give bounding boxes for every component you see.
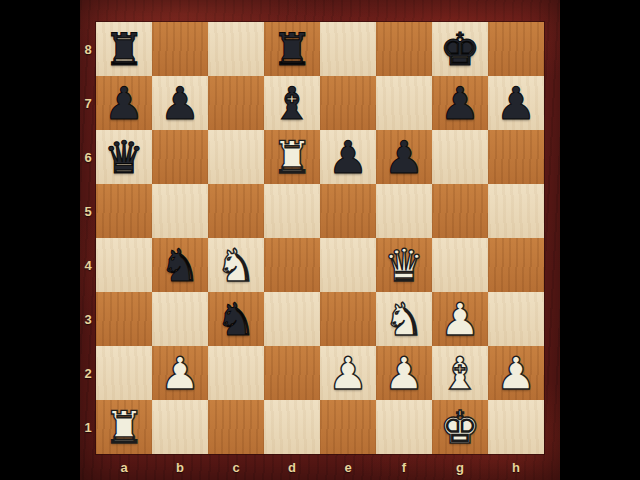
square-c1[interactable] xyxy=(208,400,264,454)
square-h7[interactable]: ♟ xyxy=(488,76,544,130)
square-d7[interactable]: ♝ xyxy=(264,76,320,130)
piece-black-knight-c3: ♞ xyxy=(208,292,264,346)
square-a7[interactable]: ♟ xyxy=(96,76,152,130)
square-g1[interactable]: ♚ xyxy=(432,400,488,454)
square-h2[interactable]: ♟ xyxy=(488,346,544,400)
square-a8[interactable]: ♜ xyxy=(96,22,152,76)
rank-label-1: 1 xyxy=(80,400,96,454)
square-h8[interactable] xyxy=(488,22,544,76)
square-b6[interactable] xyxy=(152,130,208,184)
square-h3[interactable] xyxy=(488,292,544,346)
square-c3[interactable]: ♞ xyxy=(208,292,264,346)
piece-black-rook-d8: ♜ xyxy=(264,22,320,76)
square-g4[interactable] xyxy=(432,238,488,292)
square-h6[interactable] xyxy=(488,130,544,184)
file-label-c: c xyxy=(208,454,264,480)
piece-black-knight-b4: ♞ xyxy=(152,238,208,292)
square-g8[interactable]: ♚ xyxy=(432,22,488,76)
piece-white-pawn-f2: ♟ xyxy=(376,346,432,400)
square-g2[interactable]: ♝ xyxy=(432,346,488,400)
square-e5[interactable] xyxy=(320,184,376,238)
square-e6[interactable]: ♟ xyxy=(320,130,376,184)
square-d2[interactable] xyxy=(264,346,320,400)
square-h1[interactable] xyxy=(488,400,544,454)
file-labels: abcdefgh xyxy=(96,454,544,480)
square-b3[interactable] xyxy=(152,292,208,346)
rank-label-6: 6 xyxy=(80,130,96,184)
square-b4[interactable]: ♞ xyxy=(152,238,208,292)
square-g5[interactable] xyxy=(432,184,488,238)
square-g7[interactable]: ♟ xyxy=(432,76,488,130)
piece-black-pawn-h7: ♟ xyxy=(488,76,544,130)
square-f5[interactable] xyxy=(376,184,432,238)
square-b2[interactable]: ♟ xyxy=(152,346,208,400)
square-f2[interactable]: ♟ xyxy=(376,346,432,400)
square-e1[interactable] xyxy=(320,400,376,454)
square-f7[interactable] xyxy=(376,76,432,130)
piece-black-pawn-e6: ♟ xyxy=(320,130,376,184)
letterbox-left xyxy=(0,0,80,480)
file-label-a: a xyxy=(96,454,152,480)
piece-white-knight-f3: ♞ xyxy=(376,292,432,346)
piece-black-queen-a6: ♛ xyxy=(96,130,152,184)
piece-black-pawn-a7: ♟ xyxy=(96,76,152,130)
piece-black-pawn-f6: ♟ xyxy=(376,130,432,184)
square-h5[interactable] xyxy=(488,184,544,238)
square-a1[interactable]: ♜ xyxy=(96,400,152,454)
piece-white-pawn-g3: ♟ xyxy=(432,292,488,346)
piece-white-queen-f4: ♛ xyxy=(376,238,432,292)
square-b8[interactable] xyxy=(152,22,208,76)
letterbox-right xyxy=(560,0,640,480)
square-e7[interactable] xyxy=(320,76,376,130)
piece-black-pawn-g7: ♟ xyxy=(432,76,488,130)
piece-white-pawn-b2: ♟ xyxy=(152,346,208,400)
rank-label-7: 7 xyxy=(80,76,96,130)
square-d8[interactable]: ♜ xyxy=(264,22,320,76)
square-a6[interactable]: ♛ xyxy=(96,130,152,184)
file-label-h: h xyxy=(488,454,544,480)
rank-label-4: 4 xyxy=(80,238,96,292)
square-f8[interactable] xyxy=(376,22,432,76)
piece-white-pawn-e2: ♟ xyxy=(320,346,376,400)
piece-white-knight-c4: ♞ xyxy=(208,238,264,292)
file-label-b: b xyxy=(152,454,208,480)
piece-white-rook-d6: ♜ xyxy=(264,130,320,184)
square-f1[interactable] xyxy=(376,400,432,454)
square-a2[interactable] xyxy=(96,346,152,400)
square-h4[interactable] xyxy=(488,238,544,292)
square-b7[interactable]: ♟ xyxy=(152,76,208,130)
square-c6[interactable] xyxy=(208,130,264,184)
square-a4[interactable] xyxy=(96,238,152,292)
piece-white-king-g1: ♚ xyxy=(432,400,488,454)
video-frame: 87654321 ♜♜♚♟♟♝♟♟♛♜♟♟♞♞♛♞♞♟♟♟♟♝♟♜♚ abcde… xyxy=(0,0,640,480)
piece-white-pawn-h2: ♟ xyxy=(488,346,544,400)
square-f3[interactable]: ♞ xyxy=(376,292,432,346)
piece-black-rook-a8: ♜ xyxy=(96,22,152,76)
square-c8[interactable] xyxy=(208,22,264,76)
piece-white-bishop-g2: ♝ xyxy=(432,346,488,400)
square-g3[interactable]: ♟ xyxy=(432,292,488,346)
square-g6[interactable] xyxy=(432,130,488,184)
square-c7[interactable] xyxy=(208,76,264,130)
square-b5[interactable] xyxy=(152,184,208,238)
square-c5[interactable] xyxy=(208,184,264,238)
square-d5[interactable] xyxy=(264,184,320,238)
board-frame: 87654321 ♜♜♚♟♟♝♟♟♛♜♟♟♞♞♛♞♞♟♟♟♟♝♟♜♚ abcde… xyxy=(80,0,560,480)
piece-black-bishop-d7: ♝ xyxy=(264,76,320,130)
piece-white-rook-a1: ♜ xyxy=(96,400,152,454)
square-b1[interactable] xyxy=(152,400,208,454)
square-e8[interactable] xyxy=(320,22,376,76)
piece-black-pawn-b7: ♟ xyxy=(152,76,208,130)
square-d4[interactable] xyxy=(264,238,320,292)
rank-label-3: 3 xyxy=(80,292,96,346)
file-label-d: d xyxy=(264,454,320,480)
square-c2[interactable] xyxy=(208,346,264,400)
square-f4[interactable]: ♛ xyxy=(376,238,432,292)
file-label-g: g xyxy=(432,454,488,480)
chess-board: ♜♜♚♟♟♝♟♟♛♜♟♟♞♞♛♞♞♟♟♟♟♝♟♜♚ xyxy=(96,22,544,454)
rank-label-8: 8 xyxy=(80,22,96,76)
file-label-e: e xyxy=(320,454,376,480)
rank-labels: 87654321 xyxy=(80,22,96,454)
rank-label-5: 5 xyxy=(80,184,96,238)
file-label-f: f xyxy=(376,454,432,480)
square-c4[interactable]: ♞ xyxy=(208,238,264,292)
square-d3[interactable] xyxy=(264,292,320,346)
square-a5[interactable] xyxy=(96,184,152,238)
piece-black-king-g8: ♚ xyxy=(432,22,488,76)
square-e2[interactable]: ♟ xyxy=(320,346,376,400)
square-a3[interactable] xyxy=(96,292,152,346)
rank-label-2: 2 xyxy=(80,346,96,400)
square-d1[interactable] xyxy=(264,400,320,454)
square-d6[interactable]: ♜ xyxy=(264,130,320,184)
square-e4[interactable] xyxy=(320,238,376,292)
square-e3[interactable] xyxy=(320,292,376,346)
square-f6[interactable]: ♟ xyxy=(376,130,432,184)
